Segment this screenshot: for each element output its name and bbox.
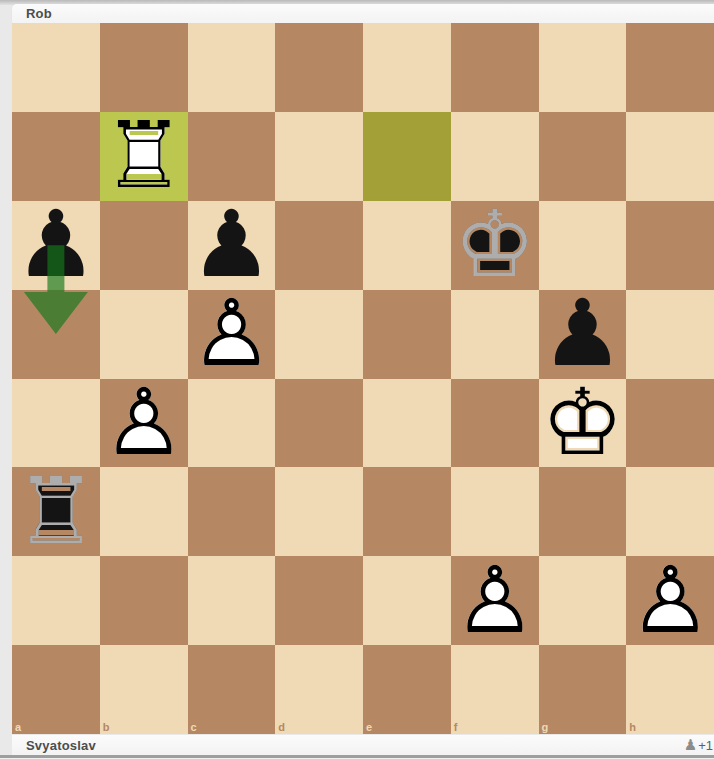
square-f3[interactable] [451,467,539,556]
square-h8[interactable]: 8 [626,23,714,112]
king-outline-icon: ♔ [451,201,539,290]
square-a8[interactable] [12,23,100,112]
square-a5[interactable] [12,290,100,379]
square-d4[interactable] [275,379,363,468]
square-h4[interactable]: 4 [626,379,714,468]
material-advantage-value: +1 [698,738,713,753]
white-king-icon: ♚ [539,379,627,468]
square-e7[interactable] [363,112,451,201]
square-e1[interactable]: e [363,645,451,734]
square-c3[interactable] [188,467,276,556]
piece-white-king-g4[interactable]: ♚♔ [539,379,627,468]
square-c1[interactable]: c [188,645,276,734]
square-f6[interactable]: ♚♔ [451,201,539,290]
pawn-outline-icon: ♙ [626,556,714,645]
square-f7[interactable] [451,112,539,201]
bottom-player-bar: Svyatoslav ♟ +1 [12,735,714,755]
file-label-d: d [278,722,285,733]
piece-black-king-f6[interactable]: ♚♔ [451,201,539,290]
square-h7[interactable]: 7 [626,112,714,201]
square-e4[interactable] [363,379,451,468]
square-h6[interactable]: 6 [626,201,714,290]
square-b8[interactable] [100,23,188,112]
pawn-outline-icon: ♙ [451,556,539,645]
square-h1[interactable]: h1 [626,645,714,734]
square-b2[interactable] [100,556,188,645]
piece-white-rook-b7[interactable]: ♜♖ [100,112,188,201]
file-label-c: c [191,722,197,733]
piece-black-rook-a3[interactable]: ♜♖ [12,467,100,556]
rook-outline-icon: ♖ [100,112,188,201]
square-b6[interactable] [100,201,188,290]
black-pawn-icon: ♟ [12,201,100,290]
square-b3[interactable] [100,467,188,556]
piece-white-pawn-c5[interactable]: ♟♙ [188,290,276,379]
square-c2[interactable] [188,556,276,645]
square-f2[interactable]: ♟♙ [451,556,539,645]
black-rook-icon: ♜ [12,467,100,556]
square-g5[interactable]: ♟ [539,290,627,379]
square-b4[interactable]: ♟♙ [100,379,188,468]
square-c7[interactable] [188,112,276,201]
square-b5[interactable] [100,290,188,379]
square-a1[interactable]: a [12,645,100,734]
square-g6[interactable] [539,201,627,290]
square-d7[interactable] [275,112,363,201]
white-pawn-icon: ♟ [626,556,714,645]
square-c8[interactable] [188,23,276,112]
file-label-b: b [103,722,110,733]
file-label-g: g [542,722,549,733]
square-c4[interactable] [188,379,276,468]
square-h2[interactable]: ♟♙2 [626,556,714,645]
square-h5[interactable]: 5 [626,290,714,379]
square-e5[interactable] [363,290,451,379]
square-g2[interactable] [539,556,627,645]
white-pawn-icon: ♟ [451,556,539,645]
white-pawn-icon: ♟ [188,290,276,379]
black-pawn-icon: ♟ [539,290,627,379]
piece-black-pawn-a6[interactable]: ♟ [12,201,100,290]
black-king-icon: ♚ [451,201,539,290]
square-a7[interactable] [12,112,100,201]
square-c6[interactable]: ♟ [188,201,276,290]
pawn-outline-icon: ♙ [100,379,188,468]
square-g1[interactable]: g [539,645,627,734]
square-a3[interactable]: ♜♖ [12,467,100,556]
top-player-bar: Rob [12,4,714,23]
piece-black-pawn-g5[interactable]: ♟ [539,290,627,379]
file-label-a: a [15,722,21,733]
king-outline-icon: ♔ [539,379,627,468]
square-f1[interactable]: f [451,645,539,734]
white-pawn-icon: ♟ [100,379,188,468]
square-d6[interactable] [275,201,363,290]
square-a2[interactable] [12,556,100,645]
pawn-icon: ♟ [684,738,697,753]
square-d1[interactable]: d [275,645,363,734]
square-f4[interactable] [451,379,539,468]
square-g3[interactable] [539,467,627,556]
piece-white-pawn-h2[interactable]: ♟♙ [626,556,714,645]
file-label-e: e [366,722,372,733]
square-e6[interactable] [363,201,451,290]
square-d8[interactable] [275,23,363,112]
square-g8[interactable] [539,23,627,112]
square-f5[interactable] [451,290,539,379]
chess-board[interactable]: 8♜♖7♟♟♚♔6♟♙♟5♟♙♚♔4♜♖3♟♙♟♙2abcdefgh1 [12,23,714,734]
piece-white-pawn-f2[interactable]: ♟♙ [451,556,539,645]
white-rook-icon: ♜ [100,112,188,201]
square-f8[interactable] [451,23,539,112]
square-g7[interactable] [539,112,627,201]
pawn-outline-icon: ♙ [188,290,276,379]
file-label-f: f [454,722,458,733]
square-g4[interactable]: ♚♔ [539,379,627,468]
square-h3[interactable]: 3 [626,467,714,556]
square-d3[interactable] [275,467,363,556]
square-a6[interactable]: ♟ [12,201,100,290]
square-a4[interactable] [12,379,100,468]
file-label-h: h [629,722,636,733]
square-c5[interactable]: ♟♙ [188,290,276,379]
rook-outline-icon: ♖ [12,467,100,556]
black-pawn-icon: ♟ [188,201,276,290]
square-b1[interactable]: b [100,645,188,734]
square-e2[interactable] [363,556,451,645]
top-player-name[interactable]: Rob [12,6,52,21]
bottom-player-name[interactable]: Svyatoslav [12,738,96,753]
square-d5[interactable] [275,290,363,379]
piece-black-pawn-c6[interactable]: ♟ [188,201,276,290]
square-e3[interactable] [363,467,451,556]
square-d2[interactable] [275,556,363,645]
piece-white-pawn-b4[interactable]: ♟♙ [100,379,188,468]
square-e8[interactable] [363,23,451,112]
square-b7[interactable]: ♜♖ [100,112,188,201]
material-advantage: ♟ +1 [684,738,714,753]
